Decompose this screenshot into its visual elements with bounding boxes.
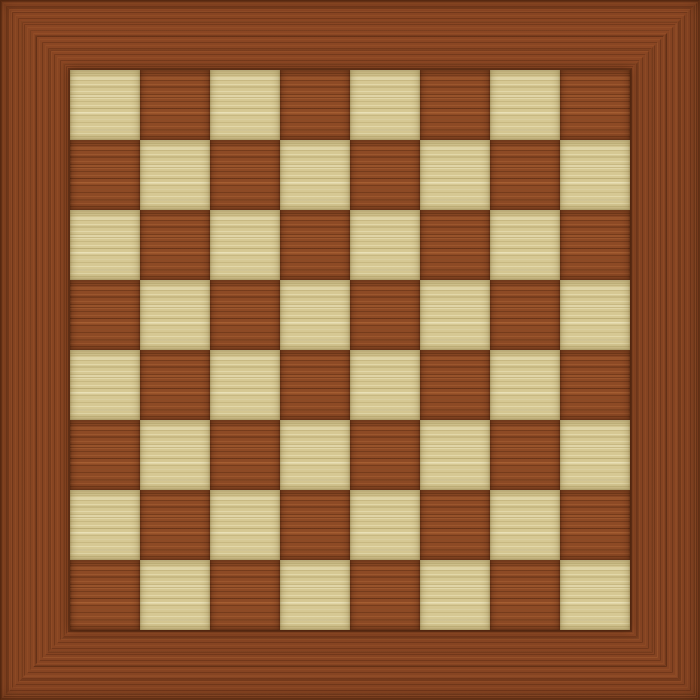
square-f6[interactable] [420, 210, 490, 280]
square-d4[interactable] [280, 350, 350, 420]
square-e8[interactable] [350, 70, 420, 140]
square-e7[interactable] [350, 140, 420, 210]
square-f8[interactable] [420, 70, 490, 140]
square-g4[interactable] [490, 350, 560, 420]
square-d6[interactable] [280, 210, 350, 280]
square-c5[interactable] [210, 280, 280, 350]
square-c2[interactable] [210, 490, 280, 560]
square-b6[interactable] [140, 210, 210, 280]
square-e6[interactable] [350, 210, 420, 280]
square-f3[interactable] [420, 420, 490, 490]
square-d1[interactable] [280, 560, 350, 630]
square-f2[interactable] [420, 490, 490, 560]
square-d7[interactable] [280, 140, 350, 210]
square-d5[interactable] [280, 280, 350, 350]
square-b8[interactable] [140, 70, 210, 140]
square-a2[interactable] [70, 490, 140, 560]
square-a8[interactable] [70, 70, 140, 140]
square-a7[interactable] [70, 140, 140, 210]
square-a6[interactable] [70, 210, 140, 280]
square-d8[interactable] [280, 70, 350, 140]
square-g6[interactable] [490, 210, 560, 280]
square-b2[interactable] [140, 490, 210, 560]
square-a1[interactable] [70, 560, 140, 630]
square-g3[interactable] [490, 420, 560, 490]
square-d2[interactable] [280, 490, 350, 560]
square-f7[interactable] [420, 140, 490, 210]
square-c4[interactable] [210, 350, 280, 420]
square-b7[interactable] [140, 140, 210, 210]
square-d3[interactable] [280, 420, 350, 490]
square-h2[interactable] [560, 490, 630, 560]
square-b4[interactable] [140, 350, 210, 420]
square-g1[interactable] [490, 560, 560, 630]
square-b1[interactable] [140, 560, 210, 630]
square-e5[interactable] [350, 280, 420, 350]
square-g5[interactable] [490, 280, 560, 350]
square-h6[interactable] [560, 210, 630, 280]
square-e3[interactable] [350, 420, 420, 490]
square-g2[interactable] [490, 490, 560, 560]
square-h4[interactable] [560, 350, 630, 420]
square-c3[interactable] [210, 420, 280, 490]
square-h7[interactable] [560, 140, 630, 210]
square-b3[interactable] [140, 420, 210, 490]
square-e1[interactable] [350, 560, 420, 630]
square-h1[interactable] [560, 560, 630, 630]
square-f5[interactable] [420, 280, 490, 350]
square-a5[interactable] [70, 280, 140, 350]
square-f1[interactable] [420, 560, 490, 630]
square-e2[interactable] [350, 490, 420, 560]
square-h8[interactable] [560, 70, 630, 140]
square-h5[interactable] [560, 280, 630, 350]
square-g8[interactable] [490, 70, 560, 140]
square-c1[interactable] [210, 560, 280, 630]
square-b5[interactable] [140, 280, 210, 350]
square-h3[interactable] [560, 420, 630, 490]
square-c8[interactable] [210, 70, 280, 140]
chess-board [70, 70, 630, 630]
square-a4[interactable] [70, 350, 140, 420]
square-g7[interactable] [490, 140, 560, 210]
square-e4[interactable] [350, 350, 420, 420]
square-f4[interactable] [420, 350, 490, 420]
wooden-chessboard [0, 0, 700, 700]
square-c6[interactable] [210, 210, 280, 280]
square-a3[interactable] [70, 420, 140, 490]
square-c7[interactable] [210, 140, 280, 210]
